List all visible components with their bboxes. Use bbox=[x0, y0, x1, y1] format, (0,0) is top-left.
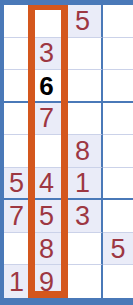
cell-r6c1[interactable]: 5 bbox=[4, 168, 30, 201]
cell-r5c4[interactable] bbox=[103, 135, 133, 168]
sudoku-grid: 536785417538519 bbox=[4, 5, 133, 298]
cell-r3c3[interactable] bbox=[64, 70, 103, 103]
cell-r5c3[interactable]: 8 bbox=[64, 135, 103, 168]
cell-r9c4[interactable] bbox=[103, 265, 133, 298]
cell-r7c2[interactable]: 5 bbox=[30, 200, 64, 233]
cell-r5c1[interactable] bbox=[4, 135, 30, 168]
cell-r4c1[interactable] bbox=[4, 103, 30, 136]
cell-r9c1[interactable]: 1 bbox=[4, 265, 30, 298]
cell-r9c3[interactable] bbox=[64, 265, 103, 298]
cell-r7c3[interactable]: 3 bbox=[64, 200, 103, 233]
cell-r1c2[interactable] bbox=[30, 5, 64, 38]
cell-r3c4[interactable] bbox=[103, 70, 133, 103]
cell-r4c2[interactable]: 7 bbox=[30, 103, 64, 136]
cell-r4c3[interactable] bbox=[64, 103, 103, 136]
cell-r6c3[interactable]: 1 bbox=[64, 168, 103, 201]
cell-r4c4[interactable] bbox=[103, 103, 133, 136]
cell-r1c1[interactable] bbox=[4, 5, 30, 38]
cell-r8c2[interactable]: 8 bbox=[30, 233, 64, 266]
cell-r8c1[interactable] bbox=[4, 233, 30, 266]
cell-r1c3[interactable]: 5 bbox=[64, 5, 103, 38]
cell-r6c2[interactable]: 4 bbox=[30, 168, 64, 201]
cell-r7c1[interactable]: 7 bbox=[4, 200, 30, 233]
cell-r2c4[interactable] bbox=[103, 38, 133, 71]
cell-r3c2[interactable]: 6 bbox=[30, 70, 64, 103]
cell-r8c4[interactable]: 5 bbox=[103, 233, 133, 266]
cell-r7c4[interactable] bbox=[103, 200, 133, 233]
cell-r2c3[interactable] bbox=[64, 38, 103, 71]
cell-r8c3[interactable] bbox=[64, 233, 103, 266]
cell-r1c4[interactable] bbox=[103, 5, 133, 38]
cell-r5c2[interactable] bbox=[30, 135, 64, 168]
cell-r2c1[interactable] bbox=[4, 38, 30, 71]
sudoku-board: 536785417538519 bbox=[0, 0, 133, 305]
cell-r6c4[interactable] bbox=[103, 168, 133, 201]
cell-r3c1[interactable] bbox=[4, 70, 30, 103]
cell-r9c2[interactable]: 9 bbox=[30, 265, 64, 298]
cell-r2c2[interactable]: 3 bbox=[30, 38, 64, 71]
